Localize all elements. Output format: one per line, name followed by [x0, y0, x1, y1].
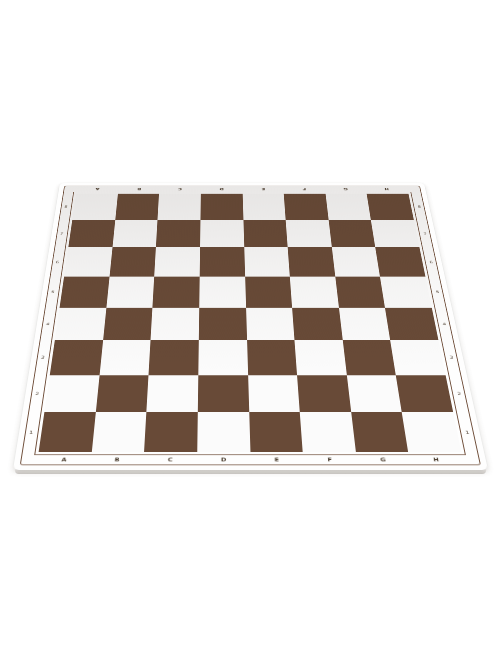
square-d2[interactable] — [198, 375, 249, 412]
rank-label: 2 — [450, 375, 468, 412]
rank-label: 5 — [430, 277, 446, 308]
square-b2[interactable] — [95, 375, 148, 412]
file-label: D — [201, 186, 242, 191]
square-c3[interactable] — [149, 340, 199, 375]
square-b6[interactable] — [109, 247, 156, 276]
rank-label: 4 — [41, 307, 56, 340]
file-label: E — [250, 456, 304, 465]
square-b5[interactable] — [106, 277, 154, 308]
square-g4[interactable] — [339, 307, 391, 340]
square-e6[interactable] — [244, 247, 290, 276]
square-d3[interactable] — [198, 340, 247, 375]
rank-label: 7 — [418, 220, 433, 248]
square-f6[interactable] — [288, 247, 335, 276]
square-h2[interactable] — [396, 375, 453, 412]
square-h1[interactable] — [402, 412, 461, 452]
rank-label: 8 — [412, 194, 426, 220]
rank-label: 6 — [51, 247, 65, 276]
square-a7[interactable] — [68, 220, 115, 248]
rank-label: 6 — [424, 247, 439, 276]
square-a1[interactable] — [39, 412, 96, 452]
square-g6[interactable] — [332, 247, 381, 276]
square-e8[interactable] — [242, 194, 285, 220]
file-label: F — [303, 456, 357, 465]
square-f5[interactable] — [290, 277, 339, 308]
rank-label: 7 — [55, 220, 68, 248]
square-a6[interactable] — [64, 247, 112, 276]
board-perspective-scene: ABCDEFGH ABCDEFGH 87654321 87654321 — [13, 183, 488, 470]
square-g5[interactable] — [335, 277, 385, 308]
file-label: D — [197, 456, 250, 465]
board-grid — [39, 194, 462, 452]
square-c1[interactable] — [144, 412, 197, 452]
square-f2[interactable] — [297, 375, 351, 412]
square-h6[interactable] — [376, 247, 426, 276]
square-e1[interactable] — [249, 412, 303, 452]
square-f1[interactable] — [300, 412, 356, 452]
square-h5[interactable] — [380, 277, 431, 308]
square-e4[interactable] — [246, 307, 295, 340]
square-b1[interactable] — [91, 412, 146, 452]
file-label: F — [283, 186, 325, 191]
square-c8[interactable] — [158, 194, 201, 220]
square-f8[interactable] — [284, 194, 329, 220]
file-label: B — [90, 456, 144, 465]
file-label: C — [159, 186, 201, 191]
file-label: A — [76, 186, 118, 191]
rank-label: 1 — [458, 412, 477, 452]
file-label: B — [118, 186, 160, 191]
file-label: G — [324, 186, 366, 191]
square-e7[interactable] — [243, 220, 288, 248]
square-d6[interactable] — [200, 247, 245, 276]
square-e2[interactable] — [248, 375, 300, 412]
square-b4[interactable] — [103, 307, 153, 340]
square-f4[interactable] — [292, 307, 342, 340]
rank-label: 5 — [46, 277, 60, 308]
square-b7[interactable] — [112, 220, 157, 248]
square-a3[interactable] — [50, 340, 103, 375]
square-d1[interactable] — [197, 412, 250, 452]
rank-label: 3 — [35, 340, 50, 375]
square-c5[interactable] — [153, 277, 200, 308]
file-label: C — [144, 456, 197, 465]
square-b3[interactable] — [99, 340, 150, 375]
square-g3[interactable] — [343, 340, 397, 375]
square-e5[interactable] — [245, 277, 292, 308]
square-h8[interactable] — [367, 194, 414, 220]
rank-label: 2 — [29, 375, 45, 412]
file-labels-top: ABCDEFGH — [76, 186, 408, 191]
square-c6[interactable] — [154, 247, 200, 276]
file-label: H — [366, 186, 408, 191]
file-label: A — [37, 456, 91, 465]
square-a4[interactable] — [55, 307, 106, 340]
rank-label: 3 — [443, 340, 460, 375]
square-f3[interactable] — [295, 340, 347, 375]
chess-board: ABCDEFGH ABCDEFGH 87654321 87654321 — [13, 183, 488, 470]
square-c4[interactable] — [151, 307, 199, 340]
square-g2[interactable] — [347, 375, 402, 412]
rank-label: 8 — [60, 194, 73, 220]
rank-label: 1 — [23, 412, 40, 452]
file-label: H — [409, 456, 464, 465]
square-g8[interactable] — [325, 194, 371, 220]
square-e3[interactable] — [247, 340, 298, 375]
square-a2[interactable] — [44, 375, 99, 412]
file-label: G — [356, 456, 410, 465]
square-g7[interactable] — [328, 220, 375, 248]
square-d4[interactable] — [199, 307, 247, 340]
square-h4[interactable] — [385, 307, 438, 340]
file-labels-bottom: ABCDEFGH — [37, 456, 464, 465]
square-d7[interactable] — [200, 220, 244, 248]
rank-label: 4 — [436, 307, 453, 340]
square-d8[interactable] — [200, 194, 243, 220]
square-b8[interactable] — [115, 194, 159, 220]
square-d5[interactable] — [199, 277, 246, 308]
square-f7[interactable] — [286, 220, 332, 248]
square-c7[interactable] — [156, 220, 200, 248]
file-label: E — [242, 186, 284, 191]
square-g1[interactable] — [351, 412, 408, 452]
photo-backdrop: ABCDEFGH ABCDEFGH 87654321 87654321 — [0, 0, 496, 664]
square-a8[interactable] — [72, 194, 117, 220]
square-h7[interactable] — [371, 220, 419, 248]
square-c2[interactable] — [147, 375, 199, 412]
square-a5[interactable] — [60, 277, 110, 308]
square-h3[interactable] — [390, 340, 445, 375]
